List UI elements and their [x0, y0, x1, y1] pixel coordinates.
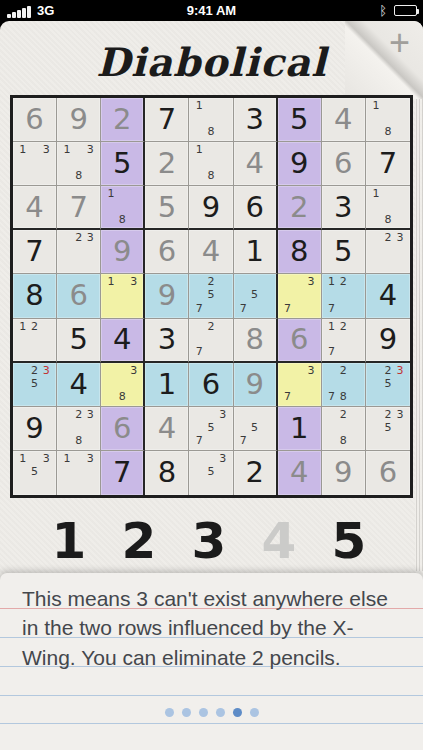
cell-r8c4[interactable]: 4 [145, 407, 189, 451]
page-dot-3[interactable] [199, 708, 208, 717]
cell-r9c7[interactable]: 4 [278, 451, 322, 495]
pencil-marks: 235 [366, 407, 410, 450]
entered-digit: 4 [25, 193, 43, 222]
cell-r2c6[interactable]: 4 [234, 142, 278, 186]
cell-r5c5[interactable]: 257 [189, 274, 233, 318]
entered-digit: 4 [158, 414, 176, 443]
cell-r9c1[interactable]: 135 [13, 451, 57, 495]
hint-line: in the two rows influenced by the X- [22, 613, 404, 642]
pencil-marks: 23 [366, 230, 410, 273]
given-digit: 1 [245, 237, 263, 266]
pencil-marks: 235 [366, 363, 410, 406]
cell-r5c8[interactable]: 127 [322, 274, 366, 318]
cell-r6c3[interactable]: 4 [101, 319, 145, 363]
cell-r9c9[interactable]: 6 [366, 451, 410, 495]
given-digit: 7 [158, 105, 176, 134]
hint-text: This means 3 can't exist anywhere else i… [22, 584, 404, 672]
cell-r2c3[interactable]: 5 [101, 142, 145, 186]
given-digit: 7 [379, 149, 397, 178]
given-digit: 8 [158, 458, 176, 487]
cell-r1c2[interactable]: 9 [57, 98, 101, 142]
battery-icon [394, 5, 417, 16]
given-digit: 6 [245, 193, 263, 222]
cell-r8c2[interactable]: 238 [57, 407, 101, 451]
cell-r9c4[interactable]: 8 [145, 451, 189, 495]
page-dot-5[interactable] [233, 708, 242, 717]
cell-r6c2[interactable]: 5 [57, 319, 101, 363]
cell-r5c3[interactable]: 13 [101, 274, 145, 318]
cell-r5c7[interactable]: 37 [278, 274, 322, 318]
entered-digit: 6 [69, 281, 87, 310]
given-digit: 7 [113, 458, 131, 487]
cell-r2c1[interactable]: 13 [13, 142, 57, 186]
given-digit: 4 [69, 370, 87, 399]
page-stack-edge [415, 93, 423, 571]
hint-line: Wing. You can eliminate 2 pencils. [22, 643, 404, 672]
given-digit: 8 [290, 237, 308, 266]
hint-panel: This means 3 can't exist anywhere else i… [0, 573, 423, 750]
cell-r9c8[interactable]: 9 [322, 451, 366, 495]
digit-button-3[interactable]: 3 [174, 508, 244, 574]
cell-r8c9[interactable]: 235 [366, 407, 410, 451]
entered-digit: 9 [113, 237, 131, 266]
given-digit: 4 [379, 281, 397, 310]
page-dot-4[interactable] [216, 708, 225, 717]
cell-r5c4[interactable]: 9 [145, 274, 189, 318]
cell-r9c3[interactable]: 7 [101, 451, 145, 495]
entered-digit: 6 [113, 414, 131, 443]
pencil-marks: 18 [366, 186, 410, 228]
cell-r1c4[interactable]: 7 [145, 98, 189, 142]
cell-r4c3[interactable]: 9 [101, 230, 145, 274]
pencil-marks: 28 [322, 407, 365, 450]
entered-digit: 8 [245, 325, 263, 354]
pencil-marks: 27 [189, 319, 232, 361]
cell-r9c5[interactable]: 35 [189, 451, 233, 495]
cell-r8c7[interactable]: 1 [278, 407, 322, 451]
given-digit: 3 [158, 325, 176, 354]
pencil-marks: 37 [278, 274, 321, 317]
pencil-marks: 278 [322, 363, 365, 406]
ruled-line [0, 723, 423, 724]
cell-r7c2[interactable]: 4 [57, 363, 101, 407]
cell-r3c4[interactable]: 5 [145, 186, 189, 230]
pencil-marks: 135 [13, 451, 56, 495]
cell-r5c6[interactable]: 57 [234, 274, 278, 318]
given-digit: 5 [113, 149, 131, 178]
bluetooth-icon: ᛒ [379, 3, 387, 18]
entered-digit: 6 [290, 325, 308, 354]
cell-r2c7[interactable]: 9 [278, 142, 322, 186]
cell-r5c9[interactable]: 4 [366, 274, 410, 318]
cell-r3c1[interactable]: 4 [13, 186, 57, 230]
cell-r3c9[interactable]: 18 [366, 186, 410, 230]
pencil-marks: 35 [189, 451, 232, 495]
cell-r2c2[interactable]: 138 [57, 142, 101, 186]
pencil-marks: 13 [57, 451, 100, 495]
clock: 9:41 AM [0, 3, 423, 18]
cell-r2c9[interactable]: 7 [366, 142, 410, 186]
given-digit: 9 [379, 325, 397, 354]
cell-r7c8[interactable]: 278 [322, 363, 366, 407]
page-dots [0, 703, 423, 721]
cell-r3c7[interactable]: 2 [278, 186, 322, 230]
cell-r8c1[interactable]: 9 [13, 407, 57, 451]
given-digit: 6 [202, 370, 220, 399]
cell-r4c1[interactable]: 7 [13, 230, 57, 274]
cell-r3c5[interactable]: 9 [189, 186, 233, 230]
entered-digit: 2 [113, 105, 131, 134]
entered-digit: 9 [334, 458, 352, 487]
given-digit: 1 [290, 414, 308, 443]
pencil-marks: 13 [13, 142, 56, 185]
cell-r6c1[interactable]: 12 [13, 319, 57, 363]
given-digit: 5 [334, 237, 352, 266]
entered-digit: 4 [334, 105, 352, 134]
pencil-marks: 37 [278, 363, 321, 406]
pencil-marks: 12 [13, 319, 56, 361]
cell-r7c1[interactable]: 235 [13, 363, 57, 407]
entered-digit: 6 [379, 458, 397, 487]
cell-r4c9[interactable]: 23 [366, 230, 410, 274]
entered-digit: 4 [245, 149, 263, 178]
cell-r1c8[interactable]: 4 [322, 98, 366, 142]
given-digit: 1 [158, 370, 176, 399]
number-picker: 12345 [34, 508, 389, 574]
pencil-marks: 127 [322, 274, 365, 317]
cell-r7c5[interactable]: 6 [189, 363, 233, 407]
cell-r7c3[interactable]: 38 [101, 363, 145, 407]
pencil-marks: 18 [101, 186, 143, 228]
pencil-marks: 57 [234, 407, 276, 450]
hint-line: This means 3 can't exist anywhere else [22, 584, 404, 613]
cell-r1c7[interactable]: 5 [278, 98, 322, 142]
cell-r1c5[interactable]: 18 [189, 98, 233, 142]
cell-r2c8[interactable]: 6 [322, 142, 366, 186]
cell-r6c7[interactable]: 6 [278, 319, 322, 363]
entered-digit: 6 [158, 237, 176, 266]
cell-r3c2[interactable]: 7 [57, 186, 101, 230]
digit-button-1[interactable]: 1 [34, 508, 104, 574]
page: + Diabolical 692718354181313852184967471… [0, 21, 423, 750]
pencil-marks: 235 [13, 363, 56, 406]
cell-r5c1[interactable]: 8 [13, 274, 57, 318]
cell-r3c3[interactable]: 18 [101, 186, 145, 230]
page-title: Diabolical [0, 39, 423, 85]
cell-r4c6[interactable]: 1 [234, 230, 278, 274]
cell-r7c4[interactable]: 1 [145, 363, 189, 407]
given-digit: 9 [290, 149, 308, 178]
cell-r4c5[interactable]: 4 [189, 230, 233, 274]
page-dot-2[interactable] [182, 708, 191, 717]
entered-digit: 9 [69, 105, 87, 134]
given-digit: 7 [25, 237, 43, 266]
cell-r7c9[interactable]: 235 [366, 363, 410, 407]
entered-digit: 2 [290, 193, 308, 222]
cell-r6c5[interactable]: 27 [189, 319, 233, 363]
cell-r2c5[interactable]: 18 [189, 142, 233, 186]
digit-button-2[interactable]: 2 [104, 508, 174, 574]
given-digit: 3 [334, 193, 352, 222]
cell-r9c2[interactable]: 13 [57, 451, 101, 495]
cell-r4c4[interactable]: 6 [145, 230, 189, 274]
pencil-marks: 138 [57, 142, 100, 185]
cell-r9c6[interactable]: 2 [234, 451, 278, 495]
given-digit: 5 [290, 105, 308, 134]
cell-r8c3[interactable]: 6 [101, 407, 145, 451]
cell-r3c8[interactable]: 3 [322, 186, 366, 230]
pencil-marks: 18 [189, 98, 232, 141]
cell-r6c4[interactable]: 3 [145, 319, 189, 363]
entered-digit: 2 [158, 149, 176, 178]
pencil-marks: 18 [189, 142, 232, 185]
digit-button-5[interactable]: 5 [314, 508, 384, 574]
pencil-marks: 18 [366, 98, 410, 141]
digit-button-4[interactable]: 4 [244, 508, 314, 574]
pencil-marks: 127 [322, 319, 365, 361]
pencil-marks: 257 [189, 274, 232, 317]
page-dot-6[interactable] [250, 708, 259, 717]
entered-digit: 5 [158, 193, 176, 222]
cell-r1c9[interactable]: 18 [366, 98, 410, 142]
given-digit: 3 [245, 105, 263, 134]
cell-r2c4[interactable]: 2 [145, 142, 189, 186]
cell-r8c6[interactable]: 57 [234, 407, 278, 451]
given-digit: 8 [25, 281, 43, 310]
page-dot-1[interactable] [165, 708, 174, 717]
cell-r1c6[interactable]: 3 [234, 98, 278, 142]
entered-digit: 9 [245, 370, 263, 399]
cell-r4c2[interactable]: 23 [57, 230, 101, 274]
pencil-marks: 23 [57, 230, 100, 273]
cell-r1c1[interactable]: 6 [13, 98, 57, 142]
cell-r1c3[interactable]: 2 [101, 98, 145, 142]
given-digit: 2 [245, 458, 263, 487]
given-digit: 9 [202, 193, 220, 222]
entered-digit: 7 [69, 193, 87, 222]
ruled-line [0, 695, 423, 696]
entered-digit: 9 [158, 281, 176, 310]
entered-digit: 4 [290, 458, 308, 487]
cell-r6c9[interactable]: 9 [366, 319, 410, 363]
cell-r4c7[interactable]: 8 [278, 230, 322, 274]
pencil-marks: 38 [101, 363, 143, 406]
sudoku-board: 6927183541813138521849674718596231872396… [10, 95, 413, 498]
pencil-marks: 238 [57, 407, 100, 450]
cell-r7c7[interactable]: 37 [278, 363, 322, 407]
pencil-marks: 357 [189, 407, 232, 450]
cell-r7c6[interactable]: 9 [234, 363, 278, 407]
cell-r8c8[interactable]: 28 [322, 407, 366, 451]
cell-r6c8[interactable]: 127 [322, 319, 366, 363]
cell-r6c6[interactable]: 8 [234, 319, 278, 363]
cell-r4c8[interactable]: 5 [322, 230, 366, 274]
status-bar: 3G 9:41 AM ᛒ [0, 0, 423, 21]
given-digit: 5 [69, 325, 87, 354]
cell-r8c5[interactable]: 357 [189, 407, 233, 451]
entered-digit: 6 [334, 149, 352, 178]
given-digit: 4 [113, 325, 131, 354]
entered-digit: 6 [25, 105, 43, 134]
pencil-marks: 13 [101, 274, 143, 317]
pencil-marks: 57 [234, 274, 276, 317]
cell-r3c6[interactable]: 6 [234, 186, 278, 230]
given-digit: 9 [25, 414, 43, 443]
entered-digit: 4 [202, 237, 220, 266]
cell-r5c2[interactable]: 6 [57, 274, 101, 318]
